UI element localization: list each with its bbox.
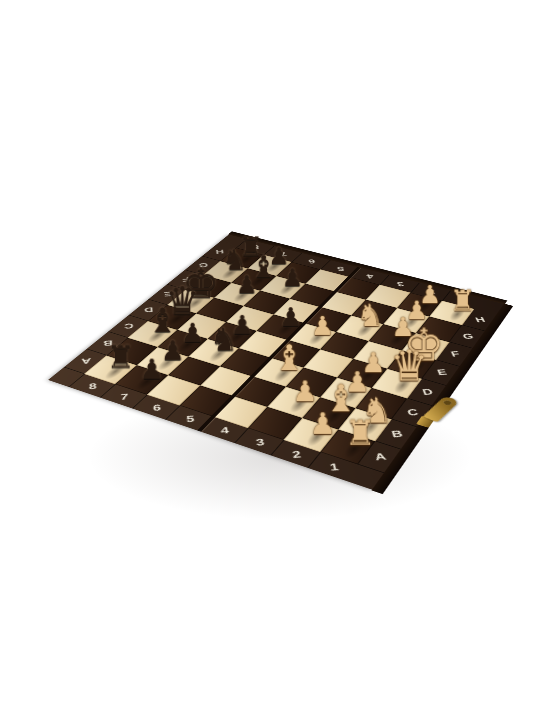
file-label: F <box>182 276 190 283</box>
rank-label: 2 <box>426 288 436 295</box>
rank-label: 5 <box>336 265 345 272</box>
rank-label: 6 <box>307 258 315 265</box>
white-pawn[interactable]: ♟ <box>292 377 317 405</box>
rank-label: 1 <box>458 296 468 304</box>
white-rook[interactable]: ♜ <box>345 416 376 451</box>
file-label: D <box>144 306 153 314</box>
file-label: G <box>198 262 208 269</box>
file-label: H <box>215 248 224 255</box>
rank-label: 7 <box>279 251 287 258</box>
white-bishop[interactable]: ♝ <box>273 340 305 376</box>
rank-label: 3 <box>396 280 405 287</box>
file-label: G <box>461 332 475 341</box>
rank-label: 8 <box>252 244 260 250</box>
white-pawn[interactable]: ♟ <box>309 409 336 439</box>
file-label: E <box>163 290 172 298</box>
black-rook[interactable]: ♜ <box>107 341 135 372</box>
file-label: H <box>473 315 486 323</box>
white-queen[interactable]: ♛ <box>390 344 428 387</box>
rank-label: 4 <box>365 273 374 280</box>
black-knight[interactable]: ♞ <box>210 324 238 356</box>
product-photo-scene: AA88BB77CC66DD55EE44FF33GG22HH11 ♜♝♛♚♞♜♟… <box>0 0 540 720</box>
black-pawn[interactable]: ♟ <box>140 355 165 383</box>
black-pawn[interactable]: ♟ <box>161 337 185 364</box>
file-label: C <box>124 322 133 330</box>
